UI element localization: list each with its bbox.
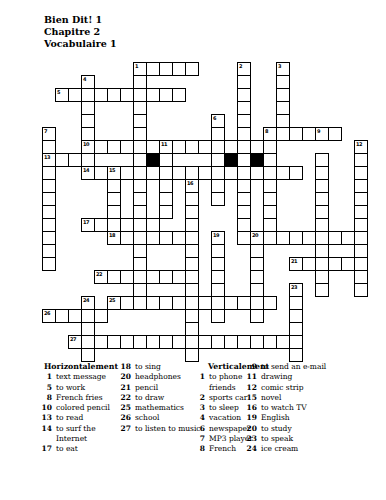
- clue-row: 5to work: [40, 383, 114, 393]
- grid-cell: [315, 244, 329, 258]
- grid-cell: [289, 322, 303, 336]
- grid-cell: [211, 257, 225, 271]
- grid-cell: [276, 166, 290, 180]
- grid-cell: [354, 179, 368, 193]
- grid-cell: [159, 192, 173, 206]
- clue-number: 14: [40, 424, 52, 445]
- grid-cell: [107, 192, 121, 206]
- grid-cell: [172, 231, 186, 245]
- clue-number: 23: [244, 434, 257, 444]
- grid-cell: 14: [81, 166, 95, 180]
- grid-cell: [107, 140, 121, 154]
- grid-cell-black: [146, 153, 160, 167]
- grid-cell: 19: [211, 231, 225, 245]
- clue-row: 1text message: [40, 372, 114, 382]
- cell-number: 8: [265, 128, 268, 134]
- grid-cell: [211, 140, 225, 154]
- grid-cell: [133, 335, 147, 349]
- grid-cell: [263, 296, 277, 310]
- grid-cell: [263, 205, 277, 219]
- grid-cell: [185, 218, 199, 232]
- grid-cell: [237, 114, 251, 128]
- grid-cell: [211, 296, 225, 310]
- grid-cell: [185, 166, 199, 180]
- grid-cell: [211, 153, 225, 167]
- grid-cell: 17: [81, 218, 95, 232]
- clue-number: 19: [244, 413, 257, 423]
- grid-cell: 23: [289, 283, 303, 297]
- clue-number: 24: [244, 444, 257, 454]
- grid-cell: [133, 205, 147, 219]
- clue-number: 20: [244, 424, 257, 434]
- grid-cell: [237, 153, 251, 167]
- grid-cell: [315, 153, 329, 167]
- grid-cell: [224, 166, 238, 180]
- grid-cell: [81, 101, 95, 115]
- grid-cell: [159, 153, 173, 167]
- grid-cell: [315, 192, 329, 206]
- grid-cell: [224, 335, 238, 349]
- grid-cell: [211, 309, 225, 323]
- grid-cell: [289, 231, 303, 245]
- grid-cell: [185, 244, 199, 258]
- cell-number: 10: [83, 141, 89, 147]
- clue-row: 13to read: [40, 413, 114, 423]
- grid-cell: [81, 88, 95, 102]
- grid-cell: [263, 192, 277, 206]
- grid-cell: [146, 218, 160, 232]
- grid-cell: [211, 335, 225, 349]
- grid-cell: [120, 88, 134, 102]
- grid-cell: [354, 153, 368, 167]
- cell-number: 7: [44, 128, 47, 134]
- clue-number: 15: [244, 393, 257, 403]
- clue-text: English: [257, 413, 377, 423]
- cell-number: 4: [83, 76, 86, 82]
- grid-cell: [146, 140, 160, 154]
- grid-cell: [250, 257, 264, 271]
- clue-number: 26: [118, 413, 131, 423]
- grid-cell: [302, 257, 316, 271]
- grid-cell: [146, 88, 160, 102]
- clue-number: 13: [40, 413, 52, 423]
- grid-cell: [315, 270, 329, 284]
- grid-cell: [42, 166, 56, 180]
- grid-cell: [237, 140, 251, 154]
- grid-cell: [250, 270, 264, 284]
- clue-number: 16: [244, 403, 257, 413]
- clue-row: 15novel: [244, 393, 377, 403]
- grid-cell: [289, 127, 303, 141]
- grid-cell: 1: [133, 62, 147, 76]
- cell-number: 12: [356, 141, 362, 147]
- clue-number: 21: [118, 383, 131, 393]
- grid-cell: [81, 348, 95, 362]
- clue-number: 9: [244, 362, 257, 372]
- grid-cell: [94, 166, 108, 180]
- clue-number: 11: [244, 372, 257, 382]
- grid-cell: 16: [185, 179, 199, 193]
- grid-cell: [224, 296, 238, 310]
- grid-cell: [302, 231, 316, 245]
- grid-cell: [276, 88, 290, 102]
- grid-cell: [159, 166, 173, 180]
- grid-cell: [211, 127, 225, 141]
- clue-number: 12: [244, 383, 257, 393]
- grid-cell: [94, 140, 108, 154]
- clue-number: 5: [40, 383, 52, 393]
- grid-cell: [237, 88, 251, 102]
- grid-cell: [94, 218, 108, 232]
- clue-text: novel: [257, 393, 377, 403]
- grid-cell: [237, 179, 251, 193]
- grid-cell: [276, 114, 290, 128]
- grid-cell: [55, 309, 69, 323]
- grid-cell: [81, 322, 95, 336]
- grid-cell: [146, 296, 160, 310]
- grid-cell: [42, 179, 56, 193]
- grid-cell: 8: [263, 127, 277, 141]
- grid-cell: [328, 127, 342, 141]
- grid-cell: [315, 283, 329, 297]
- grid-cell: [133, 101, 147, 115]
- grid-cell: [185, 140, 199, 154]
- clue-text: comic strip: [257, 383, 377, 393]
- grid-cell: [42, 140, 56, 154]
- grid-cell: 25: [107, 296, 121, 310]
- grid-cell: [263, 231, 277, 245]
- grid-cell: [263, 179, 277, 193]
- grid-cell: [237, 231, 251, 245]
- grid-cell: [120, 231, 134, 245]
- grid-cell: [133, 296, 147, 310]
- clue-number: 1: [40, 372, 52, 382]
- clue-number: 2: [196, 393, 205, 403]
- grid-cell: [172, 140, 186, 154]
- grid-cell: [341, 231, 355, 245]
- grid-cell: [81, 127, 95, 141]
- cell-number: 27: [70, 336, 76, 342]
- grid-cell: [133, 244, 147, 258]
- grid-cell: 18: [107, 231, 121, 245]
- grid-cell: [341, 257, 355, 271]
- clue-text: to watch TV: [257, 403, 377, 413]
- clue-text: to eat: [52, 444, 114, 454]
- grid-cell: [185, 322, 199, 336]
- clue-number: 22: [118, 393, 131, 403]
- grid-cell: [354, 218, 368, 232]
- grid-cell: [237, 127, 251, 141]
- grid-cell: [250, 244, 264, 258]
- grid-cell: [328, 231, 342, 245]
- clue-row: 23to speak: [244, 434, 377, 444]
- grid-cell: 13: [42, 153, 56, 167]
- grid-cell-black: [224, 153, 238, 167]
- grid-cell: [159, 88, 173, 102]
- cell-number: 21: [291, 258, 297, 264]
- grid-cell: [172, 296, 186, 310]
- grid-cell: [146, 62, 160, 76]
- clue-text: text message: [52, 372, 114, 382]
- grid-cell: [159, 296, 173, 310]
- grid-cell: 21: [289, 257, 303, 271]
- grid-cell: [133, 140, 147, 154]
- grid-cell: [263, 153, 277, 167]
- grid-cell: [315, 231, 329, 245]
- grid-cell: [276, 335, 290, 349]
- clue-text: colored pencil: [52, 403, 114, 413]
- clue-text: to speak: [257, 434, 377, 444]
- grid-cell: [94, 88, 108, 102]
- grid-cell: [107, 335, 121, 349]
- grid-cell: [42, 257, 56, 271]
- across-col-1: Horizontalement1text message5to work8Fre…: [40, 362, 114, 455]
- clue-number: 1: [196, 372, 205, 393]
- grid-cell: 7: [42, 127, 56, 141]
- grid-cell: 26: [42, 309, 56, 323]
- grid-cell: [198, 296, 212, 310]
- cell-number: 18: [109, 232, 115, 238]
- grid-cell: [133, 257, 147, 271]
- grid-cell: 12: [354, 140, 368, 154]
- crossword-worksheet: { "game": "crossword", "title": { "line1…: [0, 0, 386, 500]
- grid-cell: [146, 231, 160, 245]
- grid-cell: 9: [315, 127, 329, 141]
- grid-cell: [276, 101, 290, 115]
- grid-cell: [185, 270, 199, 284]
- clue-text: to study: [257, 424, 377, 434]
- grid-cell: [302, 127, 316, 141]
- clue-text: drawing: [257, 372, 377, 382]
- grid-cell: 22: [94, 270, 108, 284]
- grid-cell: 5: [55, 88, 69, 102]
- cell-number: 2: [239, 63, 242, 69]
- title-line-vocab: Vocabulaire 1: [44, 38, 117, 50]
- clue-text: to read: [52, 413, 114, 423]
- clue-number: 6: [196, 424, 205, 434]
- grid-cell: [146, 270, 160, 284]
- grid-cell: [81, 335, 95, 349]
- clue-row: 17to eat: [40, 444, 114, 454]
- grid-cell: [120, 296, 134, 310]
- grid-cell: [133, 153, 147, 167]
- grid-cell: [94, 309, 108, 323]
- clue-row: 10colored pencil: [40, 403, 114, 413]
- clue-row: 19English: [244, 413, 377, 423]
- grid-cell: [250, 296, 264, 310]
- cell-number: 3: [278, 63, 281, 69]
- grid-cell: [315, 218, 329, 232]
- clue-row: 8French fries: [40, 393, 114, 403]
- clue-row: 11drawing: [244, 372, 377, 382]
- grid-cell: [133, 231, 147, 245]
- cell-number: 22: [96, 271, 102, 277]
- clue-row: 24ice cream: [244, 444, 377, 454]
- grid-cell: [315, 257, 329, 271]
- grid-cell: [133, 127, 147, 141]
- grid-cell: [237, 75, 251, 89]
- grid-cell: [237, 335, 251, 349]
- grid-cell: [328, 257, 342, 271]
- grid-cell: 11: [159, 140, 173, 154]
- cell-number: 23: [291, 284, 297, 290]
- grid-cell: [68, 153, 82, 167]
- grid-cell: [354, 270, 368, 284]
- grid-cell: [237, 218, 251, 232]
- grid-cell: [185, 192, 199, 206]
- cell-number: 14: [83, 167, 89, 173]
- grid-cell: [133, 192, 147, 206]
- grid-cell: [211, 179, 225, 193]
- grid-cell: 4: [81, 75, 95, 89]
- grid-cell: 6: [211, 114, 225, 128]
- grid-cell: [159, 62, 173, 76]
- grid-cell: [159, 335, 173, 349]
- clue-number: 8: [196, 444, 205, 454]
- cell-number: 6: [213, 115, 216, 121]
- clue-number: 7: [196, 434, 205, 444]
- grid-cell-black: [250, 153, 264, 167]
- title-line-book: Bien Dit! 1: [44, 14, 117, 26]
- grid-cell: [315, 166, 329, 180]
- grid-cell: [198, 166, 212, 180]
- grid-cell: [250, 166, 264, 180]
- grid-cell: [263, 140, 277, 154]
- clue-text: to surf the Internet: [52, 424, 114, 445]
- clue-text: French fries: [52, 393, 114, 403]
- grid-cell: [159, 231, 173, 245]
- grid-cell: [146, 166, 160, 180]
- grid-cell: [185, 309, 199, 323]
- grid-cell: [237, 205, 251, 219]
- grid-cell: [133, 88, 147, 102]
- grid-cell: [276, 75, 290, 89]
- grid-cell: [289, 348, 303, 362]
- grid-cell: [289, 335, 303, 349]
- grid-cell: [68, 309, 82, 323]
- clue-number: 8: [40, 393, 52, 403]
- cell-number: 24: [83, 297, 89, 303]
- grid-cell: [185, 283, 199, 297]
- grid-cell: [354, 257, 368, 271]
- cell-number: 5: [57, 89, 60, 95]
- clue-text: to send an e-mail: [257, 362, 377, 372]
- clue-number: 17: [40, 444, 52, 454]
- clue-row: 9to send an e-mail: [244, 362, 377, 372]
- cell-number: 1: [135, 63, 138, 69]
- grid-cell: [315, 205, 329, 219]
- grid-cell: [159, 270, 173, 284]
- across-header: Horizontalement: [40, 362, 114, 372]
- grid-cell: [185, 205, 199, 219]
- grid-cell: [55, 153, 69, 167]
- grid-cell: [354, 192, 368, 206]
- grid-cell: [172, 88, 186, 102]
- clue-number: 18: [118, 362, 131, 372]
- grid-cell: [107, 205, 121, 219]
- grid-cell: [133, 166, 147, 180]
- cell-number: 11: [161, 141, 167, 147]
- cell-number: 13: [44, 154, 50, 160]
- grid-cell: [198, 140, 212, 154]
- grid-cell: [354, 166, 368, 180]
- grid-cell: [133, 283, 147, 297]
- grid-cell: [211, 192, 225, 206]
- grid-cell: [159, 179, 173, 193]
- clue-row: 20to study: [244, 424, 377, 434]
- grid-cell: [133, 75, 147, 89]
- grid-cell: [263, 218, 277, 232]
- worksheet-title: Bien Dit! 1 Chapitre 2 Vocabulaire 1: [44, 14, 117, 50]
- grid-cell: [185, 296, 199, 310]
- grid-cell: [107, 218, 121, 232]
- clue-row: 14to surf the Internet: [40, 424, 114, 445]
- grid-cell: [237, 166, 251, 180]
- clue-row: 16to watch TV: [244, 403, 377, 413]
- grid-cell: [133, 218, 147, 232]
- grid-cell: [133, 270, 147, 284]
- clue-number: 20: [118, 372, 131, 382]
- clue-number: 4: [196, 413, 205, 423]
- grid-cell: 24: [81, 296, 95, 310]
- grid-cell: [250, 283, 264, 297]
- grid-cell: [211, 244, 225, 258]
- grid-cell: [185, 62, 199, 76]
- grid-cell: [42, 244, 56, 258]
- grid-cell: [172, 335, 186, 349]
- grid-cell: [133, 114, 147, 128]
- cell-number: 15: [109, 167, 115, 173]
- grid-cell: 2: [237, 62, 251, 76]
- grid-cell: [354, 244, 368, 258]
- grid-cell: [263, 166, 277, 180]
- clue-text: ice cream: [257, 444, 377, 454]
- clue-row: 12comic strip: [244, 383, 377, 393]
- grid-cell: [42, 192, 56, 206]
- clue-number: 10: [40, 403, 52, 413]
- grid-cell: [185, 257, 199, 271]
- grid-cell: [289, 296, 303, 310]
- grid-cell: [42, 231, 56, 245]
- grid-cell: [120, 140, 134, 154]
- grid-cell: [185, 335, 199, 349]
- cell-number: 20: [252, 232, 258, 238]
- grid-cell: [185, 348, 199, 362]
- grid-cell: 15: [107, 166, 121, 180]
- grid-cell: [276, 127, 290, 141]
- clue-number: 27: [118, 424, 131, 434]
- grid-cell: [354, 231, 368, 245]
- grid-cell: [354, 283, 368, 297]
- grid-cell: [120, 166, 134, 180]
- grid-cell: [250, 335, 264, 349]
- grid-cell: [107, 179, 121, 193]
- grid-cell: [354, 205, 368, 219]
- grid-cell: [198, 335, 212, 349]
- grid-cell: 27: [68, 335, 82, 349]
- grid-cell: [81, 114, 95, 128]
- cell-number: 26: [44, 310, 50, 316]
- grid-cell: [81, 153, 95, 167]
- cell-number: 25: [109, 297, 115, 303]
- grid-cell: 3: [276, 62, 290, 76]
- title-line-chapter: Chapitre 2: [44, 26, 117, 38]
- down-col-2: 9to send an e-mail11drawing12comic strip…: [244, 362, 377, 455]
- grid-cell: [68, 88, 82, 102]
- grid-cell: [237, 296, 251, 310]
- grid-cell: [185, 231, 199, 245]
- grid-cell: [250, 309, 264, 323]
